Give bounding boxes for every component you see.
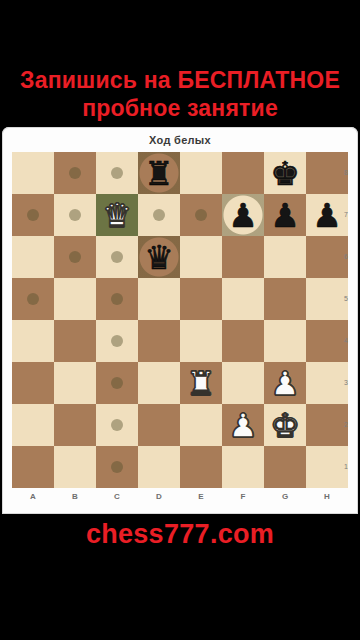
rank-label-6: 6 [344,236,356,278]
square-b7[interactable] [54,194,96,236]
legal-move-dot [111,167,123,179]
square-g2[interactable]: ♚ [264,404,306,446]
rank-label-5: 5 [344,278,356,320]
square-e8[interactable] [180,152,222,194]
square-d2[interactable] [138,404,180,446]
file-labels: ABCDEFGH [12,488,348,501]
square-c3[interactable] [96,362,138,404]
square-a2[interactable] [12,404,54,446]
file-label-a: A [12,488,54,501]
legal-move-dot [111,293,123,305]
turn-indicator: Ход белых [2,127,358,152]
piece-white-pawn[interactable]: ♟ [270,367,300,400]
piece-black-pawn[interactable]: ♟ [312,199,342,232]
chess-widget: Ход белых ♜♚♛♟♟♟♛♜♟♟♚ 87654321 ABCDEFGH [2,127,358,514]
square-c2[interactable] [96,404,138,446]
square-h1[interactable] [306,446,348,488]
rank-labels: 87654321 [344,152,356,488]
rank-label-8: 8 [344,152,356,194]
file-label-d: D [138,488,180,501]
legal-move-dot [69,251,81,263]
square-e4[interactable] [180,320,222,362]
square-f8[interactable] [222,152,264,194]
square-c1[interactable] [96,446,138,488]
square-e7[interactable] [180,194,222,236]
square-b1[interactable] [54,446,96,488]
promo-line-2: пробное занятие [82,94,278,122]
piece-white-king[interactable]: ♚ [270,409,300,442]
square-a5[interactable] [12,278,54,320]
square-d6[interactable]: ♛ [138,236,180,278]
square-b8[interactable] [54,152,96,194]
square-f1[interactable] [222,446,264,488]
square-c6[interactable] [96,236,138,278]
square-c4[interactable] [96,320,138,362]
legal-move-dot [111,377,123,389]
square-g7[interactable]: ♟ [264,194,306,236]
square-d5[interactable] [138,278,180,320]
piece-white-pawn[interactable]: ♟ [228,409,258,442]
square-a3[interactable] [12,362,54,404]
legal-move-dot [111,419,123,431]
chess-board[interactable]: ♜♚♛♟♟♟♛♜♟♟♚ [12,152,348,488]
square-f7[interactable]: ♟ [222,194,264,236]
square-b5[interactable] [54,278,96,320]
file-label-f: F [222,488,264,501]
square-d7[interactable] [138,194,180,236]
legal-move-dot [69,209,81,221]
rank-label-3: 3 [344,362,356,404]
square-g3[interactable]: ♟ [264,362,306,404]
square-g6[interactable] [264,236,306,278]
rank-label-2: 2 [344,404,356,446]
square-d3[interactable] [138,362,180,404]
square-c8[interactable] [96,152,138,194]
rank-label-7: 7 [344,194,356,236]
square-h5[interactable] [306,278,348,320]
square-b2[interactable] [54,404,96,446]
square-e2[interactable] [180,404,222,446]
piece-white-queen[interactable]: ♛ [102,199,132,232]
square-a6[interactable] [12,236,54,278]
promo-line-1: Запишись на БЕСПЛАТНОЕ [20,66,340,94]
square-b4[interactable] [54,320,96,362]
square-h7[interactable]: ♟ [306,194,348,236]
square-g1[interactable] [264,446,306,488]
square-e5[interactable] [180,278,222,320]
piece-black-pawn[interactable]: ♟ [228,199,258,232]
legal-move-dot [27,209,39,221]
piece-black-pawn[interactable]: ♟ [270,199,300,232]
square-g4[interactable] [264,320,306,362]
square-f3[interactable] [222,362,264,404]
piece-black-queen[interactable]: ♛ [144,241,174,274]
square-b3[interactable] [54,362,96,404]
file-label-e: E [180,488,222,501]
file-label-g: G [264,488,306,501]
square-a8[interactable] [12,152,54,194]
square-h2[interactable] [306,404,348,446]
square-d1[interactable] [138,446,180,488]
square-g5[interactable] [264,278,306,320]
square-a1[interactable] [12,446,54,488]
rank-label-4: 4 [344,320,356,362]
file-label-c: C [96,488,138,501]
square-c7[interactable]: ♛ [96,194,138,236]
legal-move-dot [111,335,123,347]
square-b6[interactable] [54,236,96,278]
square-e1[interactable] [180,446,222,488]
promo-banner: Запишись на БЕСПЛАТНОЕ пробное занятие [0,0,360,127]
square-f4[interactable] [222,320,264,362]
footer-banner: chess777.com [0,514,360,640]
square-d4[interactable] [138,320,180,362]
file-label-h: H [306,488,348,501]
legal-move-dot [27,293,39,305]
square-e6[interactable] [180,236,222,278]
square-c5[interactable] [96,278,138,320]
square-h6[interactable] [306,236,348,278]
legal-move-dot [69,167,81,179]
legal-move-dot [111,461,123,473]
square-f6[interactable] [222,236,264,278]
legal-move-dot [153,209,165,221]
piece-black-king[interactable]: ♚ [270,157,300,190]
piece-white-rook[interactable]: ♜ [186,367,216,400]
square-f2[interactable]: ♟ [222,404,264,446]
square-h8[interactable] [306,152,348,194]
square-d8[interactable]: ♜ [138,152,180,194]
square-a4[interactable] [12,320,54,362]
legal-move-dot [111,251,123,263]
file-label-b: B [54,488,96,501]
square-e3[interactable]: ♜ [180,362,222,404]
rank-label-1: 1 [344,446,356,488]
legal-move-dot [195,209,207,221]
square-f5[interactable] [222,278,264,320]
square-a7[interactable] [12,194,54,236]
piece-black-rook[interactable]: ♜ [144,157,174,190]
square-h3[interactable] [306,362,348,404]
square-h4[interactable] [306,320,348,362]
square-g8[interactable]: ♚ [264,152,306,194]
website-link[interactable]: chess777.com [86,519,274,550]
